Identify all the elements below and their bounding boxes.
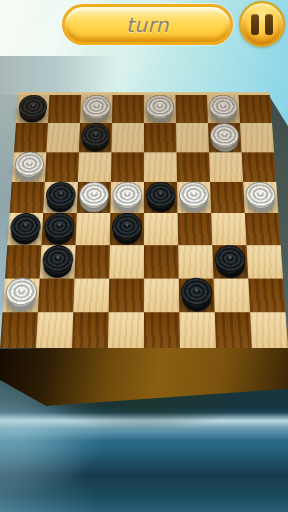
pause-icon bbox=[251, 14, 259, 35]
square-r4c4[interactable] bbox=[110, 182, 144, 213]
square-r7c3[interactable] bbox=[73, 278, 109, 312]
square-r7c6[interactable] bbox=[179, 278, 215, 312]
black-piece[interactable] bbox=[18, 95, 48, 119]
white-piece[interactable] bbox=[79, 182, 109, 209]
square-r4c5[interactable] bbox=[144, 182, 178, 213]
square-r1c2[interactable] bbox=[48, 95, 81, 123]
square-r6c8[interactable] bbox=[247, 245, 284, 278]
square-r1c4[interactable] bbox=[112, 95, 144, 123]
square-r3c5[interactable] bbox=[144, 152, 177, 182]
square-r5c4[interactable] bbox=[110, 213, 144, 245]
black-piece[interactable] bbox=[10, 213, 42, 241]
white-piece[interactable] bbox=[14, 152, 45, 178]
square-r2c7[interactable] bbox=[208, 123, 242, 152]
black-piece[interactable] bbox=[112, 213, 142, 241]
square-r8c2[interactable] bbox=[36, 312, 73, 348]
board-area bbox=[0, 95, 288, 348]
square-r1c1[interactable] bbox=[16, 95, 50, 123]
square-r3c7[interactable] bbox=[209, 152, 243, 182]
square-r7c5[interactable] bbox=[144, 278, 179, 312]
square-r6c4[interactable] bbox=[109, 245, 144, 278]
square-r3c6[interactable] bbox=[177, 152, 211, 182]
square-r8c6[interactable] bbox=[179, 312, 216, 348]
square-r2c5[interactable] bbox=[144, 123, 177, 152]
square-r7c1[interactable] bbox=[3, 278, 40, 312]
pause-button[interactable] bbox=[239, 1, 285, 47]
square-r2c1[interactable] bbox=[14, 123, 48, 152]
square-r6c7[interactable] bbox=[212, 245, 248, 278]
square-r7c2[interactable] bbox=[38, 278, 75, 312]
square-r2c6[interactable] bbox=[176, 123, 209, 152]
square-r5c1[interactable] bbox=[7, 213, 43, 245]
square-r8c7[interactable] bbox=[215, 312, 252, 348]
square-r5c3[interactable] bbox=[76, 213, 111, 245]
turn-label: turn bbox=[126, 13, 169, 37]
square-r2c3[interactable] bbox=[79, 123, 112, 152]
black-piece[interactable] bbox=[146, 182, 176, 209]
turn-banner: turn bbox=[62, 4, 233, 45]
square-r4c2[interactable] bbox=[43, 182, 78, 213]
square-r4c1[interactable] bbox=[10, 182, 45, 213]
square-r8c5[interactable] bbox=[144, 312, 180, 348]
black-piece[interactable] bbox=[44, 213, 75, 241]
square-r5c6[interactable] bbox=[178, 213, 213, 245]
square-r8c8[interactable] bbox=[250, 312, 288, 348]
square-r7c4[interactable] bbox=[109, 278, 144, 312]
black-piece[interactable] bbox=[42, 245, 74, 274]
square-r3c3[interactable] bbox=[78, 152, 112, 182]
square-r1c7[interactable] bbox=[207, 95, 240, 123]
black-piece[interactable] bbox=[45, 182, 76, 209]
square-r7c8[interactable] bbox=[248, 278, 285, 312]
square-r6c5[interactable] bbox=[144, 245, 179, 278]
square-r6c3[interactable] bbox=[74, 245, 109, 278]
black-piece[interactable] bbox=[181, 278, 213, 308]
square-r3c4[interactable] bbox=[111, 152, 144, 182]
square-r3c8[interactable] bbox=[242, 152, 277, 182]
white-piece[interactable] bbox=[5, 278, 38, 308]
square-r4c7[interactable] bbox=[210, 182, 245, 213]
square-r1c6[interactable] bbox=[176, 95, 209, 123]
square-r5c2[interactable] bbox=[41, 213, 76, 245]
square-r7c7[interactable] bbox=[214, 278, 251, 312]
white-piece[interactable] bbox=[179, 182, 209, 209]
white-piece[interactable] bbox=[210, 123, 240, 148]
pause-icon bbox=[265, 14, 273, 35]
square-r5c5[interactable] bbox=[144, 213, 178, 245]
square-r8c4[interactable] bbox=[108, 312, 144, 348]
square-r6c1[interactable] bbox=[5, 245, 42, 278]
square-r2c2[interactable] bbox=[46, 123, 80, 152]
white-piece[interactable] bbox=[82, 95, 111, 119]
square-r5c7[interactable] bbox=[211, 213, 246, 245]
square-r2c4[interactable] bbox=[111, 123, 144, 152]
square-r4c3[interactable] bbox=[77, 182, 111, 213]
square-r6c6[interactable] bbox=[178, 245, 213, 278]
square-r8c3[interactable] bbox=[72, 312, 109, 348]
square-r3c2[interactable] bbox=[45, 152, 79, 182]
square-r4c8[interactable] bbox=[243, 182, 278, 213]
square-r8c1[interactable] bbox=[0, 312, 38, 348]
white-piece[interactable] bbox=[112, 182, 142, 209]
white-piece[interactable] bbox=[245, 182, 276, 209]
square-r1c8[interactable] bbox=[239, 95, 273, 123]
game-screen: turn bbox=[0, 0, 288, 512]
board[interactable] bbox=[0, 92, 288, 348]
square-r5c8[interactable] bbox=[245, 213, 281, 245]
square-r3c1[interactable] bbox=[12, 152, 47, 182]
square-r1c5[interactable] bbox=[144, 95, 176, 123]
square-r1c3[interactable] bbox=[80, 95, 113, 123]
black-piece[interactable] bbox=[81, 123, 110, 148]
white-piece[interactable] bbox=[209, 95, 238, 119]
square-r4c6[interactable] bbox=[177, 182, 211, 213]
square-r6c2[interactable] bbox=[40, 245, 76, 278]
white-piece[interactable] bbox=[146, 95, 174, 119]
black-piece[interactable] bbox=[214, 245, 246, 274]
square-r2c8[interactable] bbox=[240, 123, 274, 152]
